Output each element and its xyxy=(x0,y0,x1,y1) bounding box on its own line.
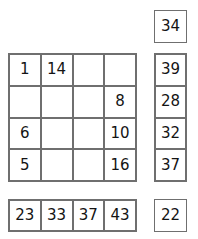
row-sums-column: 39 28 32 37 xyxy=(154,53,187,182)
grid-cell-r1c0[interactable] xyxy=(9,86,41,118)
col-sum-3: 43 xyxy=(104,200,136,231)
grid-cell-r1c2[interactable] xyxy=(73,86,105,118)
diagonal-sum-top-box: 34 xyxy=(154,10,187,43)
grid-cell-r3c3[interactable]: 16 xyxy=(104,149,136,181)
row-sum-3: 37 xyxy=(155,149,186,181)
grid-cell-r0c2[interactable] xyxy=(73,54,105,86)
grid-cell-r3c2[interactable] xyxy=(73,149,105,181)
grid-cell-r0c0[interactable]: 1 xyxy=(9,54,41,86)
col-sum-0: 23 xyxy=(9,200,41,231)
col-sum-1: 33 xyxy=(41,200,73,231)
grid-cell-r3c0[interactable]: 5 xyxy=(9,149,41,181)
grid-cell-r1c3[interactable]: 8 xyxy=(104,86,136,118)
diagonal-sum-bottom-box: 22 xyxy=(154,199,187,232)
main-grid: 1 14 8 6 10 5 16 xyxy=(8,53,137,182)
row-sum-1: 28 xyxy=(155,86,186,118)
puzzle-board: 34 1 14 8 6 10 5 16 39 28 32 37 23 33 37… xyxy=(0,0,198,239)
grid-cell-r2c2[interactable] xyxy=(73,118,105,150)
diagonal-sum-top: 34 xyxy=(155,11,186,42)
diagonal-sum-bottom: 22 xyxy=(155,200,186,231)
row-sum-0: 39 xyxy=(155,54,186,86)
col-sum-2: 37 xyxy=(73,200,105,231)
grid-cell-r2c0[interactable]: 6 xyxy=(9,118,41,150)
grid-cell-r2c3[interactable]: 10 xyxy=(104,118,136,150)
grid-cell-r2c1[interactable] xyxy=(41,118,73,150)
grid-cell-r1c1[interactable] xyxy=(41,86,73,118)
grid-cell-r3c1[interactable] xyxy=(41,149,73,181)
grid-cell-r0c3[interactable] xyxy=(104,54,136,86)
row-sum-2: 32 xyxy=(155,118,186,150)
col-sums-row: 23 33 37 43 xyxy=(8,199,137,232)
grid-cell-r0c1[interactable]: 14 xyxy=(41,54,73,86)
